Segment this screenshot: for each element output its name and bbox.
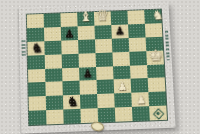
piece-black-knight-c2[interactable]: ♞ (67, 95, 79, 109)
square-g4[interactable] (130, 65, 148, 79)
piece-white-queen-e8[interactable]: ♛ (96, 9, 110, 24)
square-a8[interactable] (27, 14, 44, 28)
square-a1[interactable] (29, 110, 47, 125)
square-c4[interactable] (62, 67, 79, 82)
square-d2[interactable] (80, 94, 98, 109)
square-e5[interactable] (95, 52, 113, 66)
square-f5[interactable] (112, 52, 130, 66)
square-f2[interactable] (114, 93, 132, 108)
square-c6[interactable] (61, 40, 78, 54)
piece-white-pawn-f3[interactable]: ♟ (117, 81, 127, 92)
square-g7[interactable] (128, 24, 145, 38)
square-h7[interactable] (145, 23, 163, 37)
square-d5[interactable] (79, 53, 96, 67)
board-grid (27, 10, 167, 126)
square-g6[interactable] (129, 37, 147, 51)
square-e1[interactable] (98, 108, 116, 123)
square-e7[interactable] (94, 25, 111, 39)
piece-white-knight-h8[interactable]: ♞ (152, 8, 164, 21)
piece-white-pawn-g2[interactable]: ♟ (136, 94, 146, 106)
square-e4[interactable] (96, 66, 114, 81)
piece-black-pawn-d4[interactable]: ♟ (83, 68, 93, 79)
piece-black-knight-a6[interactable]: ♞ (31, 41, 43, 54)
square-b4[interactable] (45, 68, 62, 83)
square-b1[interactable] (46, 110, 64, 125)
square-d7[interactable] (78, 26, 95, 40)
square-a4[interactable] (28, 69, 45, 84)
square-f8[interactable] (111, 11, 128, 25)
photo-scene: ♝♛♞♚♟♟♟♟♞♟♞ (0, 0, 200, 134)
piece-white-bishop-d8[interactable]: ♝ (79, 9, 92, 23)
square-g8[interactable] (127, 10, 144, 24)
square-c8[interactable] (60, 13, 77, 27)
square-g1[interactable] (132, 106, 150, 121)
square-b5[interactable] (45, 54, 62, 68)
square-g3[interactable] (131, 78, 149, 93)
piece-black-pawn-f7[interactable]: ♟ (115, 25, 125, 36)
square-h3[interactable] (148, 78, 166, 93)
square-d3[interactable] (79, 80, 97, 95)
square-a2[interactable] (29, 96, 46, 111)
square-c1[interactable] (63, 109, 81, 124)
piece-black-pawn-c7[interactable]: ♟ (64, 28, 74, 39)
square-g5[interactable] (129, 51, 147, 65)
square-e2[interactable] (97, 94, 115, 109)
square-b8[interactable] (44, 13, 61, 27)
square-b7[interactable] (44, 27, 61, 41)
square-e3[interactable] (97, 80, 115, 95)
square-f6[interactable] (112, 38, 130, 52)
square-h2[interactable] (148, 92, 166, 107)
square-f4[interactable] (113, 65, 131, 79)
square-e6[interactable] (95, 39, 112, 53)
square-a5[interactable] (28, 55, 45, 69)
square-b2[interactable] (46, 96, 64, 111)
square-a3[interactable] (28, 82, 45, 97)
piece-white-king-h5[interactable]: ♚ (148, 47, 163, 63)
square-b6[interactable] (44, 40, 61, 54)
square-f1[interactable] (115, 107, 133, 122)
brand-text-left-icon (21, 40, 25, 56)
compass-emblem-icon (152, 108, 164, 120)
square-d6[interactable] (78, 39, 95, 53)
square-c5[interactable] (62, 53, 79, 67)
brand-text-right-icon (165, 31, 170, 61)
chess-board: ♝♛♞♚♟♟♟♟♞♟♞ (19, 2, 176, 134)
square-h4[interactable] (147, 64, 165, 78)
square-b3[interactable] (45, 82, 62, 97)
